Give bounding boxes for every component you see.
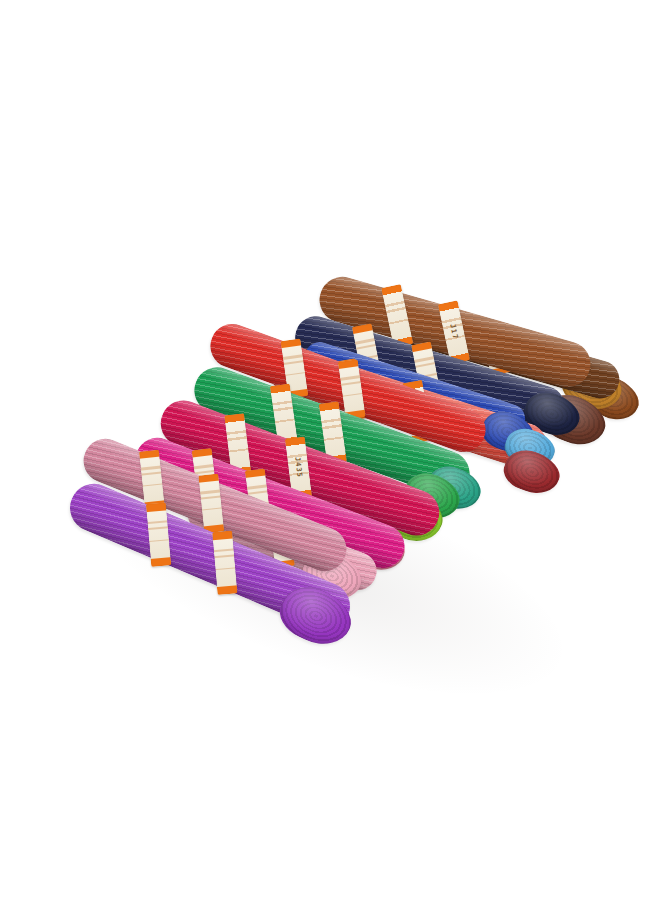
product-photo: J17 J114 J435 [0,0,660,904]
thread-label [212,531,237,596]
label-code-text: J17 [448,323,459,340]
label-code-text: J435 [293,457,303,479]
thread-label [146,503,171,568]
